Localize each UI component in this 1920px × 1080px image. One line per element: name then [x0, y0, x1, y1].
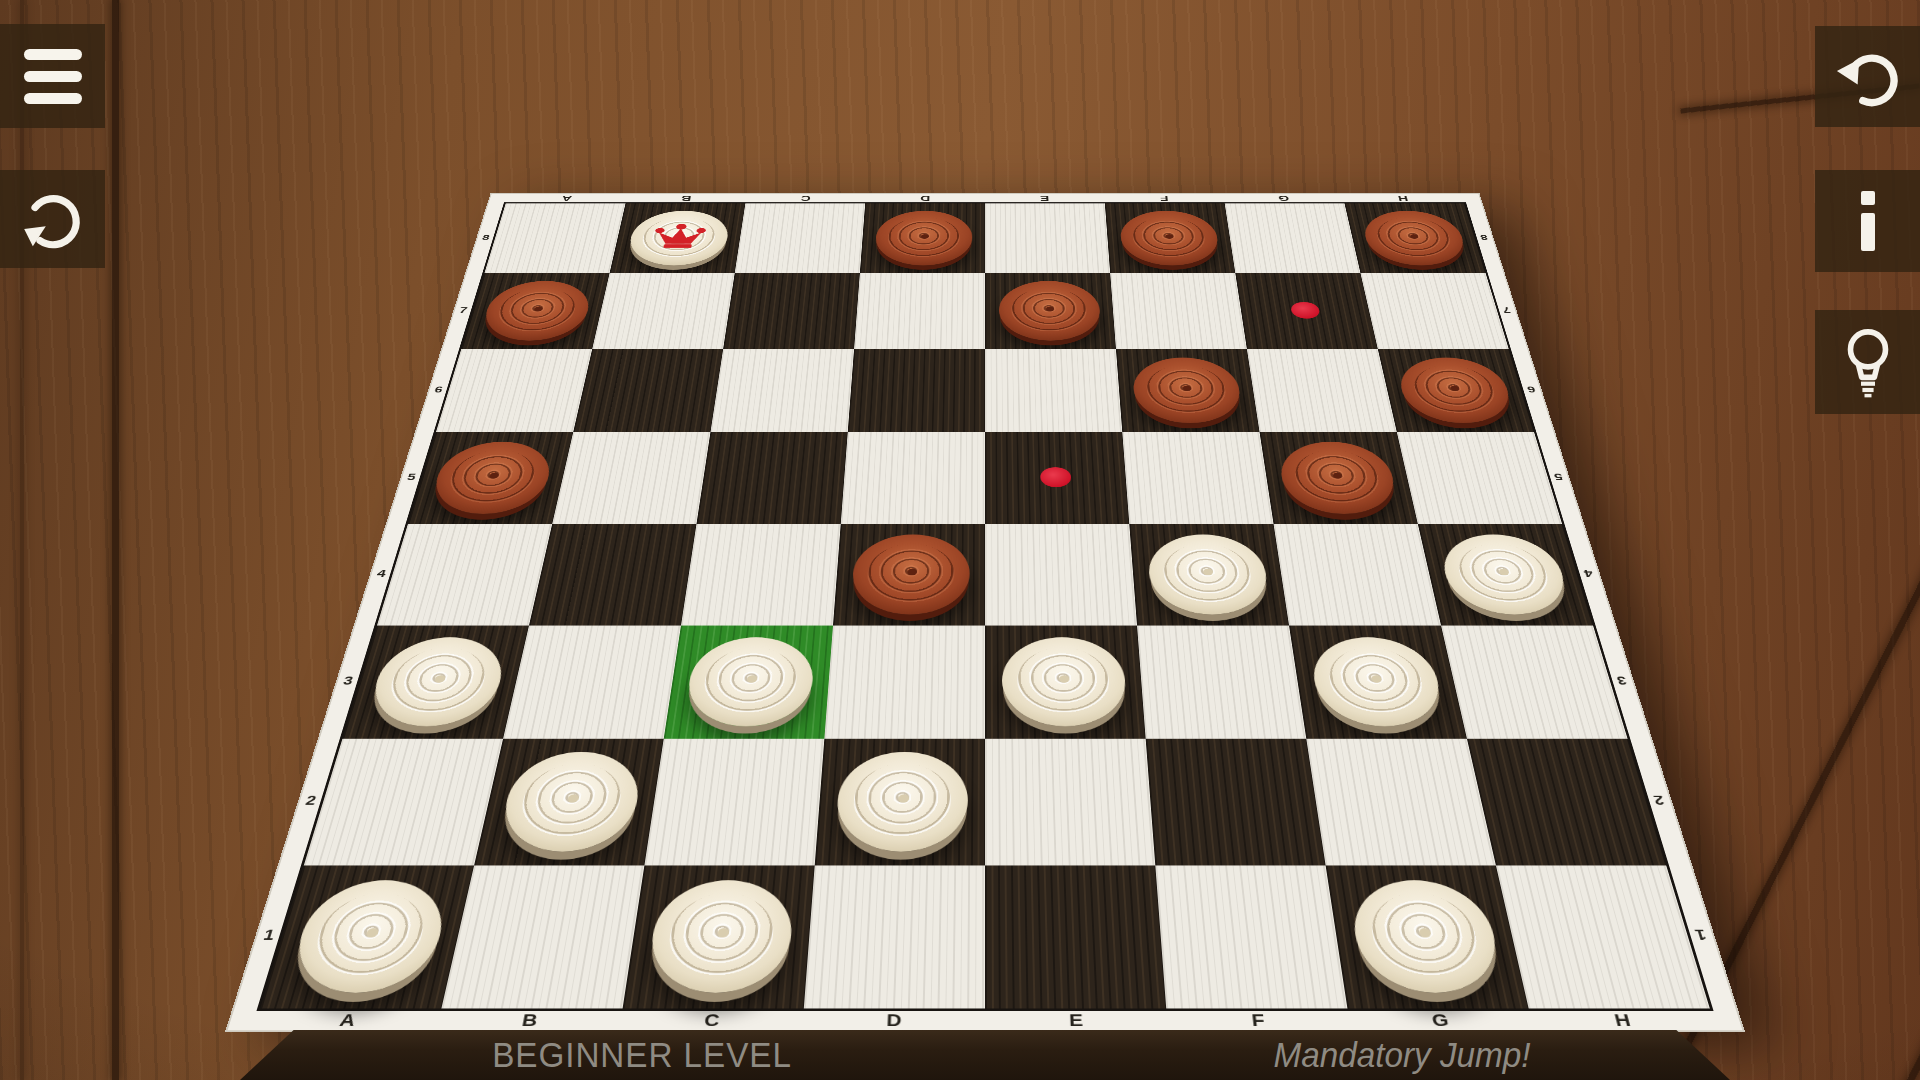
white-piece[interactable] [834, 752, 968, 852]
piece-rings [516, 764, 626, 838]
square-A6[interactable] [436, 349, 592, 432]
square-B6[interactable] [573, 349, 723, 432]
lightbulb-icon [1833, 324, 1903, 400]
square-B1[interactable] [441, 865, 644, 1008]
red-piece[interactable] [1359, 211, 1470, 266]
file-label: D [802, 1008, 985, 1032]
piece-rings [1145, 366, 1229, 414]
square-G7[interactable] [1235, 273, 1377, 349]
white-piece[interactable] [1346, 880, 1506, 992]
red-piece[interactable] [874, 211, 972, 266]
square-C8[interactable] [735, 203, 865, 272]
piece-rings [493, 288, 579, 332]
piece-rings [1453, 544, 1555, 603]
piece-rings [1017, 648, 1110, 714]
piece-rings [1366, 894, 1484, 977]
square-F6[interactable] [1116, 349, 1260, 432]
square-E8[interactable] [985, 203, 1110, 272]
level-label: BEGINNER LEVEL [492, 1035, 792, 1075]
piece-rings [1409, 366, 1500, 414]
file-label: F [1104, 193, 1225, 203]
board-squares [260, 203, 1710, 1008]
piece-rings [1011, 288, 1087, 332]
square-B7[interactable] [592, 273, 734, 349]
red-piece[interactable] [426, 441, 556, 513]
undo-button[interactable] [1815, 26, 1920, 127]
hint-button[interactable] [1815, 310, 1920, 414]
move-dot[interactable] [1289, 302, 1320, 319]
square-H7[interactable] [1360, 273, 1508, 349]
piece-rings [1325, 648, 1429, 714]
red-piece[interactable] [998, 281, 1101, 341]
info-button[interactable] [1815, 170, 1920, 272]
white-piece[interactable] [1001, 637, 1127, 726]
square-E2[interactable] [985, 739, 1155, 866]
file-label: C [619, 1008, 804, 1032]
file-label: D [865, 193, 985, 203]
square-G8[interactable] [1225, 203, 1361, 272]
white-piece[interactable] [363, 637, 510, 726]
square-B3[interactable] [503, 626, 681, 739]
plank-seam [20, 0, 24, 1080]
file-labels-top: ABCDEFGH [506, 193, 1465, 203]
white-piece[interactable] [284, 880, 452, 992]
square-C1[interactable] [623, 865, 815, 1008]
square-F1[interactable] [1155, 865, 1347, 1008]
square-D1[interactable] [804, 865, 985, 1008]
file-label: G [1347, 1008, 1534, 1032]
piece-rings [852, 764, 951, 838]
square-B4[interactable] [529, 524, 697, 626]
square-G5[interactable] [1260, 432, 1418, 524]
square-G4[interactable] [1274, 524, 1442, 626]
square-D6[interactable] [848, 349, 985, 432]
square-F3[interactable] [1137, 626, 1306, 739]
menu-button[interactable] [0, 24, 105, 128]
red-piece[interactable] [1276, 441, 1401, 513]
file-label: G [1223, 193, 1344, 203]
red-piece[interactable] [1131, 357, 1244, 423]
checkers-board: ABCDEFGH ABCDEFGH 87654321 87654321 [225, 193, 1745, 1032]
white-piece[interactable] [644, 880, 795, 992]
white-piece[interactable] [495, 752, 644, 852]
square-A7[interactable] [461, 273, 609, 349]
square-F8[interactable] [1105, 203, 1235, 272]
board-scene: ABCDEFGH ABCDEFGH 87654321 87654321 [225, 0, 1745, 1032]
square-E3[interactable] [985, 626, 1146, 739]
file-labels-bottom: ABCDEFGH [253, 1008, 1717, 1032]
square-B5[interactable] [552, 432, 710, 524]
white-piece[interactable] [1436, 534, 1574, 614]
square-D2[interactable] [815, 739, 985, 866]
status-message: Mandatory Jump! [1274, 1035, 1531, 1075]
square-E4[interactable] [985, 524, 1137, 626]
square-E7[interactable] [985, 273, 1116, 349]
square-D3[interactable] [824, 626, 985, 739]
piece-rings [887, 217, 960, 257]
square-G6[interactable] [1247, 349, 1397, 432]
file-label: F [1166, 1008, 1351, 1032]
file-label: E [985, 193, 1105, 203]
white-piece[interactable] [1307, 637, 1447, 726]
piece-rings [701, 648, 800, 714]
square-F7[interactable] [1110, 273, 1247, 349]
red-piece[interactable] [1118, 211, 1221, 266]
plank-seam [112, 0, 119, 1080]
piece-rings [1291, 451, 1383, 504]
square-C4[interactable] [681, 524, 841, 626]
square-H6[interactable] [1378, 349, 1534, 432]
square-G1[interactable] [1326, 865, 1529, 1008]
square-F2[interactable] [1146, 739, 1326, 866]
square-H5[interactable] [1397, 432, 1562, 524]
square-E1[interactable] [985, 865, 1166, 1008]
square-C7[interactable] [723, 273, 860, 349]
white-king-piece[interactable] [625, 211, 732, 266]
app-screen: ABCDEFGH ABCDEFGH 87654321 87654321 BEGI… [0, 0, 1920, 1080]
square-C3[interactable] [664, 626, 833, 739]
hamburger-menu-icon [24, 49, 82, 104]
king-crown-icon [648, 223, 710, 249]
undo-arrow-icon [1831, 40, 1905, 114]
square-F4[interactable] [1129, 524, 1289, 626]
file-label: B [625, 193, 746, 203]
square-D4[interactable] [833, 524, 985, 626]
square-B8[interactable] [610, 203, 746, 272]
info-icon [1860, 191, 1876, 251]
square-G2[interactable] [1306, 739, 1496, 866]
square-H8[interactable] [1345, 203, 1486, 272]
piece-rings [307, 894, 431, 977]
red-piece[interactable] [1394, 357, 1517, 423]
square-C6[interactable] [710, 349, 854, 432]
square-H4[interactable] [1418, 524, 1593, 626]
piece-rings [444, 451, 540, 504]
square-D7[interactable] [854, 273, 985, 349]
square-B2[interactable] [474, 739, 664, 866]
square-A8[interactable] [484, 203, 625, 272]
square-F5[interactable] [1122, 432, 1273, 524]
square-C2[interactable] [644, 739, 824, 866]
square-D5[interactable] [841, 432, 985, 524]
piece-rings [1161, 544, 1254, 603]
file-label: E [985, 1008, 1168, 1032]
white-piece[interactable] [683, 637, 816, 726]
white-piece[interactable] [1146, 534, 1272, 614]
red-piece[interactable] [850, 534, 970, 614]
file-label: H [1342, 193, 1464, 203]
piece-rings [866, 544, 954, 603]
square-G3[interactable] [1289, 626, 1467, 739]
piece-rings [1373, 217, 1455, 257]
piece-rings [1131, 217, 1207, 257]
square-E6[interactable] [985, 349, 1122, 432]
file-label: C [745, 193, 866, 203]
square-A5[interactable] [408, 432, 573, 524]
file-label: H [1529, 1008, 1717, 1032]
board-front-face: BEGINNER LEVEL Mandatory Jump! [240, 1030, 1730, 1080]
square-E5[interactable] [985, 432, 1129, 524]
restart-button[interactable] [0, 170, 105, 268]
piece-rings [383, 648, 492, 714]
file-label: A [506, 193, 628, 203]
move-dot[interactable] [1040, 467, 1072, 487]
piece-rings [665, 894, 777, 977]
file-label: B [436, 1008, 623, 1032]
square-A4[interactable] [377, 524, 552, 626]
square-C5[interactable] [696, 432, 847, 524]
square-D8[interactable] [860, 203, 985, 272]
restart-circular-arrow-icon [17, 183, 89, 255]
file-label: A [253, 1008, 441, 1032]
red-piece[interactable] [478, 281, 595, 341]
